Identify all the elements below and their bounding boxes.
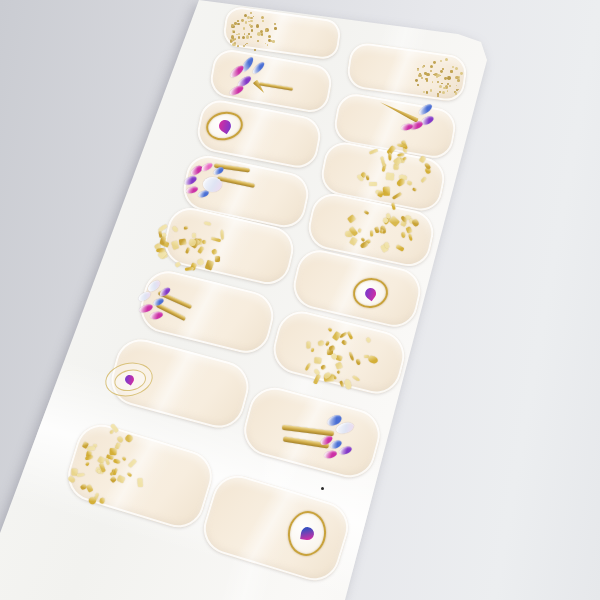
- gold-chip: [355, 359, 361, 366]
- gold-speck: [251, 29, 253, 31]
- gold-speck: [460, 72, 463, 75]
- gold-speck: [268, 35, 271, 38]
- gold-speck: [443, 87, 445, 89]
- gold-chip: [338, 381, 344, 388]
- gold-speck: [237, 20, 239, 22]
- gold-speck: [437, 95, 439, 97]
- gold-chip: [336, 355, 343, 361]
- gold-speck: [455, 92, 457, 94]
- gem-petal-blue: [212, 166, 225, 177]
- gold-speck: [425, 78, 427, 80]
- gold-speck: [245, 44, 246, 45]
- gold-speck: [245, 21, 248, 24]
- gold-speck: [249, 24, 251, 26]
- gold-speck: [439, 85, 442, 88]
- double-gold-oval-frame-L7: [102, 358, 156, 400]
- gold-chip: [391, 203, 395, 211]
- gold-speck: [237, 45, 239, 47]
- gold-chip: [332, 331, 341, 341]
- gold-chip: [85, 462, 90, 467]
- gold-speck: [421, 77, 423, 79]
- gem-petal-magenta: [401, 123, 414, 131]
- gem-petal-magenta: [185, 186, 198, 195]
- gold-chip: [312, 374, 320, 385]
- gold-bar: [259, 82, 293, 90]
- gold-speck: [457, 79, 459, 81]
- gem-petal-purple: [183, 174, 198, 186]
- gold-chip: [407, 180, 413, 185]
- gold-chip: [178, 239, 186, 246]
- gold-speck: [250, 12, 252, 14]
- decorations-layer: [0, 0, 600, 600]
- gold-speck: [234, 42, 236, 44]
- gold-chip: [171, 241, 179, 250]
- gold-chip: [352, 375, 361, 382]
- gold-speck: [423, 91, 425, 93]
- gold-chip: [125, 434, 134, 443]
- gold-chip: [137, 478, 142, 487]
- gold-speck: [422, 66, 424, 68]
- gold-chip: [310, 347, 314, 352]
- gold-speck: [272, 40, 275, 43]
- gold-needle: [252, 79, 266, 95]
- gold-chip: [386, 173, 394, 180]
- gold-chip: [215, 256, 220, 262]
- gold-speck: [231, 24, 234, 27]
- gold-speck: [250, 36, 252, 38]
- gold-speck: [445, 58, 448, 61]
- gold-speck: [426, 73, 429, 76]
- gem-petal-magenta: [149, 310, 163, 320]
- gold-chip: [185, 266, 194, 271]
- gold-chip: [347, 332, 353, 341]
- gold-speck: [452, 66, 454, 68]
- gold-chip: [363, 210, 369, 215]
- gold-speck: [257, 40, 259, 42]
- gold-chip: [121, 456, 126, 461]
- gold-chip: [336, 370, 340, 374]
- gold-speck: [447, 90, 449, 92]
- gold-chip: [380, 157, 385, 167]
- gold-speck: [417, 69, 419, 71]
- gold-chip: [408, 233, 412, 241]
- gold-speck: [430, 89, 433, 92]
- gold-bar: [217, 176, 255, 188]
- gem-petal-magenta: [138, 302, 154, 313]
- gold-speck: [246, 43, 248, 45]
- gold-chip: [211, 249, 218, 256]
- gold-chip: [368, 148, 378, 154]
- gold-speck: [433, 61, 436, 64]
- gold-speck: [458, 89, 459, 90]
- gold-speck: [432, 81, 433, 82]
- gold-speck: [234, 22, 237, 25]
- gold-speck: [248, 21, 250, 23]
- gold-chip: [383, 186, 390, 195]
- gold-chip: [349, 351, 355, 361]
- gold-chip: [328, 345, 335, 352]
- gold-chip: [314, 357, 321, 363]
- gold-speck: [237, 23, 239, 25]
- gold-chip: [77, 472, 85, 477]
- gold-needle: [379, 100, 419, 123]
- gold-chip: [185, 247, 190, 253]
- gold-speck: [437, 74, 439, 76]
- gem-petal-blue: [417, 102, 433, 116]
- gold-chip: [204, 222, 212, 227]
- gold-chip: [384, 242, 390, 249]
- gold-speck: [450, 70, 453, 73]
- gold-chip: [396, 244, 405, 252]
- gold-chip: [359, 241, 369, 250]
- gold-chip: [127, 472, 133, 477]
- gold-oval-frame-R5: [351, 276, 390, 311]
- gold-speck: [441, 83, 443, 85]
- gem-petal-white: [203, 177, 222, 192]
- gold-chip: [197, 258, 205, 266]
- gold-speck: [430, 70, 432, 72]
- gold-chip: [192, 233, 197, 238]
- gold-oval-frame-L3: [203, 108, 245, 143]
- gold-speck: [262, 20, 264, 22]
- gold-chip: [67, 475, 76, 484]
- gem-petal-magenta: [323, 449, 337, 459]
- gold-speck: [442, 68, 444, 70]
- photo-canvas: [0, 0, 600, 600]
- gold-chip: [113, 468, 118, 475]
- gold-speck: [254, 49, 256, 51]
- gold-speck: [440, 60, 442, 62]
- gold-speck: [250, 17, 253, 20]
- gold-chip: [369, 182, 377, 186]
- gold-speck: [238, 33, 240, 35]
- gold-speck: [430, 65, 433, 68]
- gold-speck: [253, 16, 255, 18]
- gold-chip: [370, 230, 373, 236]
- gold-chip: [86, 485, 94, 494]
- gold-chip: [201, 239, 207, 245]
- gold-chip: [210, 237, 220, 243]
- gold-speck: [447, 76, 450, 79]
- gold-chip: [347, 214, 356, 223]
- gold-chip: [325, 340, 330, 346]
- gem-petal-blue: [197, 189, 209, 198]
- gem-R5: [362, 285, 377, 300]
- gold-chip: [304, 362, 311, 370]
- gold-chip: [411, 218, 420, 227]
- gold-speck: [238, 36, 241, 39]
- gold-chip: [321, 364, 327, 370]
- gold-speck: [256, 24, 259, 27]
- gold-speck: [243, 45, 245, 47]
- gold-speck: [265, 29, 267, 31]
- gold-chip: [183, 226, 188, 230]
- gem-petal-blue: [251, 61, 266, 76]
- gold-speck: [455, 67, 458, 70]
- gold-chip: [174, 261, 180, 267]
- gold-speck: [440, 70, 443, 73]
- gem-petal-white: [137, 290, 152, 303]
- gold-chip: [110, 476, 116, 482]
- gold-chip: [392, 191, 402, 199]
- gold-chip: [105, 458, 110, 466]
- gold-chip: [318, 340, 325, 346]
- gold-chip: [343, 379, 352, 390]
- dust-speck: [321, 487, 324, 490]
- gem-R8: [300, 526, 315, 541]
- gold-chip: [413, 188, 418, 192]
- gold-speck: [233, 31, 235, 33]
- gold-speck: [250, 20, 253, 23]
- gold-chip: [349, 237, 358, 246]
- gold-chip: [328, 327, 333, 332]
- gold-bar: [282, 425, 334, 436]
- gold-chip: [405, 226, 412, 234]
- gold-speck: [246, 35, 249, 38]
- gold-speck: [274, 27, 277, 30]
- gold-chip: [419, 176, 426, 183]
- gold-chip: [419, 155, 426, 162]
- gold-speck: [243, 27, 246, 30]
- gold-speck: [442, 91, 445, 94]
- gold-chip: [158, 224, 168, 233]
- gold-speck: [247, 16, 250, 19]
- gold-speck: [235, 38, 237, 40]
- gold-chip: [341, 339, 348, 345]
- gold-speck: [261, 33, 264, 36]
- gold-chip: [367, 355, 379, 365]
- gem-L3: [216, 118, 233, 135]
- gold-chip: [358, 228, 362, 232]
- gold-chip: [365, 337, 370, 343]
- gold-chip: [196, 246, 203, 254]
- gold-speck: [456, 85, 457, 86]
- gold-speck: [415, 79, 418, 82]
- gold-chip: [113, 459, 121, 465]
- gold-oval-frame-R8: [285, 508, 329, 558]
- gold-speck: [241, 19, 244, 22]
- gold-speck: [417, 84, 419, 86]
- gold-chip: [110, 448, 117, 455]
- gold-chip: [335, 362, 343, 370]
- gold-speck: [274, 23, 276, 25]
- gold-chip: [87, 446, 96, 451]
- gem-petal-pink: [200, 161, 213, 172]
- gold-speck: [267, 44, 269, 46]
- gold-chip: [401, 232, 406, 239]
- gem-petal-magenta: [228, 83, 245, 96]
- gold-speck: [426, 91, 428, 93]
- gold-speck: [261, 16, 264, 19]
- gold-speck: [437, 81, 439, 83]
- gold-chip: [99, 497, 106, 504]
- gold-chip: [128, 458, 137, 467]
- gold-chip: [171, 225, 178, 232]
- gold-speck: [449, 85, 451, 87]
- gold-chip: [389, 153, 392, 161]
- gold-chip: [306, 342, 310, 349]
- gold-chip: [117, 475, 126, 484]
- gold-speck: [265, 43, 266, 44]
- gold-chip: [205, 259, 214, 270]
